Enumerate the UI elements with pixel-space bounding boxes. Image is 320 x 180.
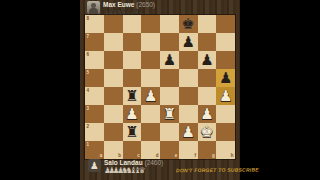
square-c7[interactable] [123,33,142,51]
square-g7[interactable] [198,33,217,51]
file-label-a: a [100,153,103,158]
square-h6[interactable] [216,51,235,69]
square-g2[interactable]: ♚ [198,123,217,141]
black-pawn-e6: ♟ [163,51,176,69]
square-b8[interactable] [104,15,123,33]
black-pawn-h5: ♟ [219,69,232,87]
square-a3[interactable]: 3 [85,105,104,123]
square-g3[interactable]: ♟ [198,105,217,123]
captured-pieces-bottom: ♟♟♟♟♞♞♝♝♛ [104,167,163,175]
black-pawn-f7: ♟ [181,33,194,51]
square-d5[interactable] [141,69,160,87]
square-g6[interactable]: ♟ [198,51,217,69]
file-label-h: h [231,153,234,158]
square-b3[interactable] [104,105,123,123]
square-g5[interactable] [198,69,217,87]
square-f7[interactable]: ♟ [179,33,198,51]
black-rook-c2: ♜ [125,123,138,141]
white-pawn-h4: ♟ [219,87,232,105]
square-g1[interactable]: g [198,141,217,159]
file-label-b: b [118,153,121,158]
square-c2[interactable]: ♜ [123,123,142,141]
square-a1[interactable]: 1a [85,141,104,159]
square-e6[interactable]: ♟ [160,51,179,69]
file-label-f: f [195,153,197,158]
file-label-d: d [156,153,159,158]
captured-piece-q: ♛ [138,167,142,175]
square-b7[interactable] [104,33,123,51]
square-h2[interactable] [216,123,235,141]
square-b4[interactable] [104,87,123,105]
player-rating-bottom: (2460) [144,159,163,166]
square-e5[interactable] [160,69,179,87]
file-label-c: c [137,153,140,158]
square-e2[interactable] [160,123,179,141]
square-c5[interactable] [123,69,142,87]
square-h3[interactable] [216,105,235,123]
square-d1[interactable]: d [141,141,160,159]
square-g4[interactable] [198,87,217,105]
player-avatar-bottom: ♟ [88,159,101,172]
square-f8[interactable]: ♚ [179,15,198,33]
square-c3[interactable]: ♟ [123,105,142,123]
white-pawn-g3: ♟ [200,105,213,123]
square-a6[interactable]: 6 [85,51,104,69]
white-rook-e3: ♜ [163,105,176,123]
square-d6[interactable] [141,51,160,69]
player-name-bottom: Salo Landau (2460) [104,159,163,166]
player-rating-top: (2650) [136,1,155,8]
pawn-bust-icon: ♟ [88,159,101,172]
square-h7[interactable] [216,33,235,51]
square-b6[interactable] [104,51,123,69]
square-a2[interactable]: 2 [85,123,104,141]
file-label-e: e [175,153,178,158]
avatar-head-shape [91,3,96,8]
square-f3[interactable] [179,105,198,123]
square-e1[interactable]: e [160,141,179,159]
square-c6[interactable] [123,51,142,69]
rank-label-4: 4 [87,88,90,93]
square-h8[interactable] [216,15,235,33]
square-e3[interactable]: ♜ [160,105,179,123]
rank-label-1: 1 [87,142,90,147]
player-name-top: Max Euwe (2650) [103,1,155,8]
square-h5[interactable]: ♟ [216,69,235,87]
white-pawn-c3: ♟ [125,105,138,123]
square-d7[interactable] [141,33,160,51]
rank-label-5: 5 [87,70,90,75]
rank-label-6: 6 [87,52,90,57]
square-c4[interactable]: ♜ [123,87,142,105]
square-a7[interactable]: 7 [85,33,104,51]
subscribe-reminder-text: Don't forget to subscribe [176,167,238,174]
square-f1[interactable]: f [179,141,198,159]
player-bar-bottom: ♟ Salo Landau (2460) ♟♟♟♟♞♞♝♝♛ [88,159,163,175]
black-rook-c4: ♜ [125,87,138,105]
square-a8[interactable]: 8 [85,15,104,33]
player-avatar-top [87,1,100,14]
square-h1[interactable]: h [216,141,235,159]
black-king-f8: ♚ [181,15,194,33]
square-a5[interactable]: 5 [85,69,104,87]
square-d4[interactable]: ♟ [141,87,160,105]
square-d2[interactable] [141,123,160,141]
black-pawn-g6: ♟ [200,51,213,69]
white-king-g2: ♚ [200,123,213,141]
square-a4[interactable]: 4 [85,87,104,105]
white-pawn-d4: ♟ [144,87,157,105]
square-d3[interactable] [141,105,160,123]
rank-label-7: 7 [87,34,90,39]
square-d8[interactable] [141,15,160,33]
rank-label-3: 3 [87,106,90,111]
square-f5[interactable] [179,69,198,87]
square-b2[interactable] [104,123,123,141]
square-g8[interactable] [198,15,217,33]
video-frame: Max Euwe (2650) ♟♟♟♞♞♝♝♜♛ 8♚7♟6♟♟5♟4♜♟♟3… [0,0,320,180]
square-f4[interactable] [179,87,198,105]
square-c1[interactable]: c [123,141,142,159]
square-b5[interactable] [104,69,123,87]
file-label-g: g [212,153,215,158]
chess-board[interactable]: 8♚7♟6♟♟5♟4♜♟♟3♟♜♟2♜♟♚1abcdefgh [85,15,235,159]
white-pawn-f2: ♟ [181,123,194,141]
rank-label-2: 2 [87,124,90,129]
square-f2[interactable]: ♟ [179,123,198,141]
square-e7[interactable] [160,33,179,51]
avatar-body-shape [89,8,98,14]
rank-label-8: 8 [87,16,90,21]
square-f6[interactable] [179,51,198,69]
square-e4[interactable] [160,87,179,105]
square-e8[interactable] [160,15,179,33]
square-h4[interactable]: ♟ [216,87,235,105]
square-b1[interactable]: b [104,141,123,159]
square-c8[interactable] [123,15,142,33]
